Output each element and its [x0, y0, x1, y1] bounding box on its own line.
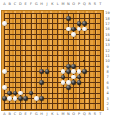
white-stone[interactable]	[66, 80, 71, 85]
black-stone[interactable]	[66, 16, 71, 21]
black-stone[interactable]	[71, 64, 76, 69]
row-label: 19	[104, 11, 112, 15]
last-move-marker	[41, 71, 43, 73]
row-label: 3	[104, 97, 112, 101]
black-stone[interactable]	[71, 80, 76, 85]
column-label: T	[97, 2, 103, 6]
white-stone[interactable]	[71, 32, 76, 37]
star-point	[20, 60, 22, 62]
row-label: 13	[104, 43, 112, 47]
black-stone[interactable]	[39, 80, 44, 85]
white-stone[interactable]	[34, 96, 39, 101]
white-stone[interactable]	[66, 27, 71, 32]
white-stone[interactable]	[2, 21, 7, 26]
row-label: 8	[104, 70, 112, 74]
row-label: 1	[104, 107, 112, 111]
black-stone[interactable]	[82, 21, 87, 26]
black-stone[interactable]	[18, 96, 23, 101]
white-stone[interactable]	[7, 96, 12, 101]
row-label: 4	[104, 91, 112, 95]
white-stone[interactable]	[82, 27, 87, 32]
white-stone[interactable]	[2, 69, 7, 74]
white-stone[interactable]	[61, 80, 66, 85]
row-label: 16	[104, 27, 112, 31]
row-label: 6	[104, 81, 112, 85]
star-point	[83, 92, 85, 94]
black-stone[interactable]	[66, 69, 71, 74]
star-point	[20, 28, 22, 30]
star-point	[83, 60, 85, 62]
black-stone[interactable]	[66, 85, 71, 90]
black-stone[interactable]	[66, 64, 71, 69]
black-stone[interactable]	[39, 96, 44, 101]
row-label: 17	[104, 22, 112, 26]
black-stone[interactable]	[82, 69, 87, 74]
row-label: 12	[104, 49, 112, 53]
go-board-app: AABBCCDDEEFFGGHHJJKKLLMMNNOOPPQQRRSSTT19…	[0, 0, 120, 120]
row-label: 9	[104, 65, 112, 69]
row-label: 18	[104, 17, 112, 21]
black-stone[interactable]	[77, 80, 82, 85]
black-stone[interactable]	[23, 96, 28, 101]
row-label: 7	[104, 75, 112, 79]
row-label: 15	[104, 33, 112, 37]
star-point	[52, 60, 54, 62]
white-stone[interactable]	[18, 91, 23, 96]
white-stone[interactable]	[13, 96, 18, 101]
row-label: 10	[104, 59, 112, 63]
row-label: 14	[104, 38, 112, 42]
row-label: 2	[104, 102, 112, 106]
column-label: T	[97, 112, 103, 116]
go-board[interactable]	[1, 10, 104, 111]
star-point	[52, 28, 54, 30]
black-stone[interactable]	[2, 96, 7, 101]
white-stone[interactable]	[2, 85, 7, 90]
row-label: 11	[104, 54, 112, 58]
row-label: 5	[104, 86, 112, 90]
star-point	[52, 92, 54, 94]
